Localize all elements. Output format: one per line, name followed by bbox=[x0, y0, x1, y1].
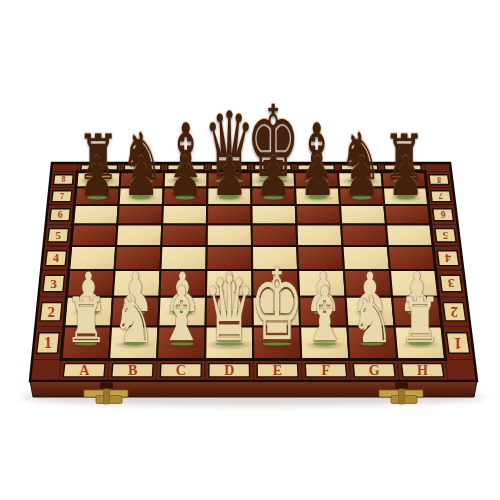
piece-black-pawn[interactable]: ♟ bbox=[300, 163, 336, 203]
piece-black-pawn[interactable]: ♟ bbox=[388, 163, 424, 203]
piece-black-pawn[interactable]: ♟ bbox=[79, 163, 115, 203]
piece-white-rook[interactable]: ♜ bbox=[65, 303, 108, 351]
piece-black-pawn[interactable]: ♟ bbox=[256, 163, 292, 203]
piece-white-bishop[interactable]: ♝ bbox=[302, 302, 347, 352]
piece-white-bishop[interactable]: ♝ bbox=[159, 302, 204, 352]
pieces-layer: ♜♞♝♛♚♝♞♜♟♟♟♟♟♟♟♟♟♟♟♟♟♟♟♟♜♞♝♛♚♝♞♜ bbox=[0, 0, 500, 500]
piece-white-knight[interactable]: ♞ bbox=[112, 303, 155, 351]
piece-black-pawn[interactable]: ♟ bbox=[344, 163, 380, 203]
piece-black-pawn[interactable]: ♟ bbox=[123, 163, 159, 203]
piece-white-rook[interactable]: ♜ bbox=[399, 303, 442, 351]
piece-white-queen[interactable]: ♛ bbox=[203, 296, 255, 354]
piece-white-king[interactable]: ♚ bbox=[250, 294, 304, 354]
piece-black-pawn[interactable]: ♟ bbox=[211, 163, 247, 203]
chess-set-photo: ABCDEFGH8877665544332211ABCDEFGH ♜♞♝♛♚♝♞… bbox=[0, 0, 500, 500]
piece-white-knight[interactable]: ♞ bbox=[351, 303, 394, 351]
piece-black-pawn[interactable]: ♟ bbox=[167, 163, 203, 203]
